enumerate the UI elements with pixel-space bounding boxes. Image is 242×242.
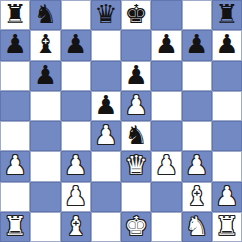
white-pawn[interactable]: ♟ bbox=[215, 183, 238, 209]
white-bishop[interactable]: ♝ bbox=[185, 183, 208, 209]
square-e7[interactable] bbox=[121, 30, 151, 60]
square-e3[interactable]: ♛ bbox=[121, 151, 151, 181]
square-b1[interactable] bbox=[30, 212, 60, 242]
square-g4[interactable] bbox=[182, 121, 212, 151]
square-a6[interactable] bbox=[0, 61, 30, 91]
white-rook[interactable]: ♜ bbox=[215, 213, 238, 239]
square-h2[interactable]: ♟ bbox=[212, 182, 242, 212]
white-pawn[interactable]: ♟ bbox=[3, 152, 26, 178]
square-f6[interactable] bbox=[151, 61, 181, 91]
square-b4[interactable] bbox=[30, 121, 60, 151]
white-pawn[interactable]: ♟ bbox=[185, 152, 208, 178]
square-g2[interactable]: ♝ bbox=[182, 182, 212, 212]
square-d8[interactable]: ♛ bbox=[91, 0, 121, 30]
square-a5[interactable] bbox=[0, 91, 30, 121]
black-bishop[interactable]: ♝ bbox=[34, 31, 57, 57]
square-a1[interactable]: ♜ bbox=[0, 212, 30, 242]
white-knight[interactable]: ♞ bbox=[185, 213, 208, 239]
square-d2[interactable] bbox=[91, 182, 121, 212]
square-d4[interactable]: ♟ bbox=[91, 121, 121, 151]
square-c3[interactable]: ♟ bbox=[61, 151, 91, 181]
square-a2[interactable] bbox=[0, 182, 30, 212]
square-e5[interactable]: ♟ bbox=[121, 91, 151, 121]
square-h1[interactable]: ♜ bbox=[212, 212, 242, 242]
square-h4[interactable] bbox=[212, 121, 242, 151]
square-f4[interactable] bbox=[151, 121, 181, 151]
black-pawn[interactable]: ♟ bbox=[94, 92, 117, 118]
black-pawn[interactable]: ♟ bbox=[3, 31, 26, 57]
black-pawn[interactable]: ♟ bbox=[124, 62, 147, 88]
square-c8[interactable] bbox=[61, 0, 91, 30]
square-c7[interactable]: ♟ bbox=[61, 30, 91, 60]
white-bishop[interactable]: ♝ bbox=[64, 213, 87, 239]
square-c5[interactable] bbox=[61, 91, 91, 121]
square-h6[interactable] bbox=[212, 61, 242, 91]
white-pawn[interactable]: ♟ bbox=[94, 122, 117, 148]
square-a3[interactable]: ♟ bbox=[0, 151, 30, 181]
white-pawn[interactable]: ♟ bbox=[155, 152, 178, 178]
square-e2[interactable] bbox=[121, 182, 151, 212]
square-e1[interactable]: ♚ bbox=[121, 212, 151, 242]
square-f5[interactable] bbox=[151, 91, 181, 121]
black-pawn[interactable]: ♟ bbox=[155, 31, 178, 57]
square-e8[interactable]: ♚ bbox=[121, 0, 151, 30]
square-h8[interactable]: ♜ bbox=[212, 0, 242, 30]
square-g8[interactable] bbox=[182, 0, 212, 30]
square-f3[interactable]: ♟ bbox=[151, 151, 181, 181]
square-h3[interactable] bbox=[212, 151, 242, 181]
white-pawn[interactable]: ♟ bbox=[124, 92, 147, 118]
square-g7[interactable]: ♟ bbox=[182, 30, 212, 60]
square-e4[interactable]: ♞ bbox=[121, 121, 151, 151]
black-pawn[interactable]: ♟ bbox=[64, 31, 87, 57]
square-d1[interactable] bbox=[91, 212, 121, 242]
square-f7[interactable]: ♟ bbox=[151, 30, 181, 60]
black-pawn[interactable]: ♟ bbox=[185, 31, 208, 57]
square-d5[interactable]: ♟ bbox=[91, 91, 121, 121]
black-rook[interactable]: ♜ bbox=[3, 1, 26, 27]
chess-board: ♜♞♛♚♜♟♝♟♟♟♟♟♟♟♟♟♞♟♟♛♟♟♟♝♟♜♝♚♞♜ bbox=[0, 0, 242, 242]
white-queen[interactable]: ♛ bbox=[124, 152, 147, 178]
square-a8[interactable]: ♜ bbox=[0, 0, 30, 30]
square-f1[interactable] bbox=[151, 212, 181, 242]
square-c6[interactable] bbox=[61, 61, 91, 91]
square-b6[interactable]: ♟ bbox=[30, 61, 60, 91]
square-h5[interactable] bbox=[212, 91, 242, 121]
square-g6[interactable] bbox=[182, 61, 212, 91]
white-king[interactable]: ♚ bbox=[124, 213, 147, 239]
square-b3[interactable] bbox=[30, 151, 60, 181]
black-queen[interactable]: ♛ bbox=[94, 1, 117, 27]
square-a7[interactable]: ♟ bbox=[0, 30, 30, 60]
black-knight[interactable]: ♞ bbox=[34, 1, 57, 27]
square-h7[interactable]: ♟ bbox=[212, 30, 242, 60]
square-c4[interactable] bbox=[61, 121, 91, 151]
white-rook[interactable]: ♜ bbox=[3, 213, 26, 239]
square-b7[interactable]: ♝ bbox=[30, 30, 60, 60]
white-pawn[interactable]: ♟ bbox=[64, 183, 87, 209]
black-rook[interactable]: ♜ bbox=[215, 1, 238, 27]
black-knight[interactable]: ♞ bbox=[124, 122, 147, 148]
square-g1[interactable]: ♞ bbox=[182, 212, 212, 242]
square-a4[interactable] bbox=[0, 121, 30, 151]
square-b8[interactable]: ♞ bbox=[30, 0, 60, 30]
black-king[interactable]: ♚ bbox=[124, 1, 147, 27]
black-pawn[interactable]: ♟ bbox=[215, 31, 238, 57]
square-c1[interactable]: ♝ bbox=[61, 212, 91, 242]
square-c2[interactable]: ♟ bbox=[61, 182, 91, 212]
square-g3[interactable]: ♟ bbox=[182, 151, 212, 181]
square-b2[interactable] bbox=[30, 182, 60, 212]
square-d7[interactable] bbox=[91, 30, 121, 60]
square-d6[interactable] bbox=[91, 61, 121, 91]
square-f8[interactable] bbox=[151, 0, 181, 30]
square-d3[interactable] bbox=[91, 151, 121, 181]
black-pawn[interactable]: ♟ bbox=[34, 62, 57, 88]
square-b5[interactable] bbox=[30, 91, 60, 121]
square-e6[interactable]: ♟ bbox=[121, 61, 151, 91]
square-f2[interactable] bbox=[151, 182, 181, 212]
square-g5[interactable] bbox=[182, 91, 212, 121]
white-pawn[interactable]: ♟ bbox=[64, 152, 87, 178]
